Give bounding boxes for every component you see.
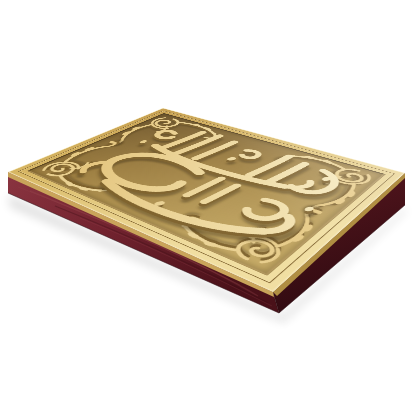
product-photo-plaque	[0, 0, 416, 416]
